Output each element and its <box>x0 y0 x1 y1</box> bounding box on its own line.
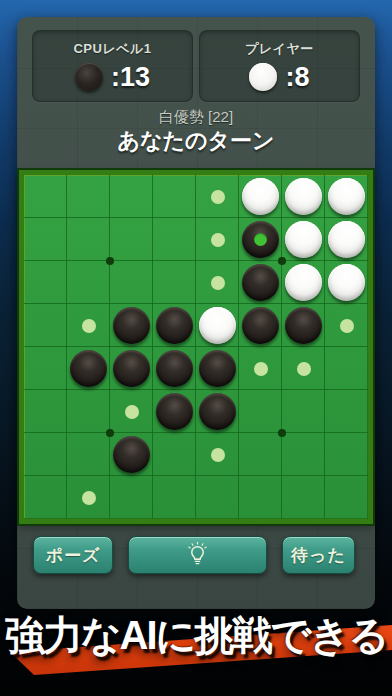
legal-move-hint <box>211 276 225 290</box>
cell-g1[interactable]: ○ <box>282 175 325 218</box>
cell-f4[interactable]: ● <box>239 304 282 347</box>
black-disc: ● <box>242 307 279 344</box>
cell-h4[interactable] <box>325 304 368 347</box>
black-disc: ● <box>242 221 279 258</box>
cell-h3[interactable]: ○ <box>325 261 368 304</box>
undo-button[interactable]: 待った <box>282 536 355 574</box>
game-panel: CPUレベル1 ● :13 プレイヤー ○ :8 白優勢 [22] あなたのター… <box>17 17 375 609</box>
cell-f1[interactable]: ○ <box>239 175 282 218</box>
black-disc: ● <box>285 307 322 344</box>
cell-h2[interactable]: ○ <box>325 218 368 261</box>
cell-g2[interactable]: ○ <box>282 218 325 261</box>
star-point <box>278 429 286 437</box>
player-score-card: プレイヤー ○ :8 <box>199 30 360 102</box>
legal-move-hint <box>254 362 268 376</box>
cell-c8[interactable] <box>110 476 153 519</box>
cell-d3[interactable] <box>153 261 196 304</box>
cell-d1[interactable] <box>153 175 196 218</box>
cell-e7[interactable] <box>196 433 239 476</box>
cell-g8[interactable] <box>282 476 325 519</box>
cell-d4[interactable]: ● <box>153 304 196 347</box>
cell-a3[interactable] <box>24 261 67 304</box>
black-disc: ● <box>242 264 279 301</box>
cell-h7[interactable] <box>325 433 368 476</box>
white-disc: ○ <box>328 178 365 215</box>
player-score: :8 <box>285 62 309 93</box>
star-point <box>278 257 286 265</box>
cell-g3[interactable]: ○ <box>282 261 325 304</box>
cell-h6[interactable] <box>325 390 368 433</box>
cell-b2[interactable] <box>67 218 110 261</box>
white-disc: ○ <box>285 221 322 258</box>
legal-move-hint <box>82 491 96 505</box>
black-disc: ● <box>113 436 150 473</box>
ad-banner[interactable]: 強力なAIに挑戦できる <box>0 600 392 696</box>
scoreboard: CPUレベル1 ● :13 プレイヤー ○ :8 <box>17 17 375 102</box>
lightbulb-icon <box>185 541 210 569</box>
cell-e5[interactable]: ● <box>196 347 239 390</box>
black-disc: ● <box>113 307 150 344</box>
cell-b6[interactable] <box>67 390 110 433</box>
cell-g5[interactable] <box>282 347 325 390</box>
cell-c2[interactable] <box>110 218 153 261</box>
star-point <box>106 429 114 437</box>
cell-c4[interactable]: ● <box>110 304 153 347</box>
cell-f3[interactable]: ● <box>239 261 282 304</box>
cell-c1[interactable] <box>110 175 153 218</box>
black-disc: ● <box>156 393 193 430</box>
white-disc: ○ <box>328 264 365 301</box>
black-disc: ● <box>199 350 236 387</box>
white-disc: ○ <box>242 178 279 215</box>
black-disc: ● <box>199 393 236 430</box>
cell-c5[interactable]: ● <box>110 347 153 390</box>
cell-d8[interactable] <box>153 476 196 519</box>
cell-d2[interactable] <box>153 218 196 261</box>
cell-h5[interactable] <box>325 347 368 390</box>
legal-move-hint <box>211 233 225 247</box>
ad-banner-ribbon <box>0 600 392 696</box>
cell-e8[interactable] <box>196 476 239 519</box>
cell-b5[interactable]: ● <box>67 347 110 390</box>
cell-e3[interactable] <box>196 261 239 304</box>
black-disc: ● <box>156 307 193 344</box>
last-move-marker <box>254 233 267 246</box>
black-disc-icon: ● <box>75 63 103 91</box>
cell-d7[interactable] <box>153 433 196 476</box>
cell-g4[interactable]: ● <box>282 304 325 347</box>
turn-indicator: あなたのターン <box>17 127 375 155</box>
legal-move-hint <box>297 362 311 376</box>
ad-banner-text: 強力なAIに挑戦できる <box>0 608 392 663</box>
cell-a4[interactable] <box>24 304 67 347</box>
hint-button[interactable] <box>128 536 267 574</box>
cell-f8[interactable] <box>239 476 282 519</box>
legal-move-hint <box>211 448 225 462</box>
cell-a5[interactable] <box>24 347 67 390</box>
cell-a2[interactable] <box>24 218 67 261</box>
cell-g6[interactable] <box>282 390 325 433</box>
cell-d6[interactable]: ● <box>153 390 196 433</box>
cell-b1[interactable] <box>67 175 110 218</box>
cell-h8[interactable] <box>325 476 368 519</box>
cell-g7[interactable] <box>282 433 325 476</box>
cell-a1[interactable] <box>24 175 67 218</box>
star-point <box>106 257 114 265</box>
cell-c6[interactable] <box>110 390 153 433</box>
cell-f6[interactable] <box>239 390 282 433</box>
white-disc: ○ <box>285 178 322 215</box>
white-disc: ○ <box>285 264 322 301</box>
legal-move-hint <box>125 405 139 419</box>
pause-button[interactable]: ポーズ <box>33 536 113 574</box>
cell-b4[interactable] <box>67 304 110 347</box>
cell-h1[interactable]: ○ <box>325 175 368 218</box>
cell-f5[interactable] <box>239 347 282 390</box>
legal-move-hint <box>340 319 354 333</box>
player-label: プレイヤー <box>245 40 314 58</box>
cell-c7[interactable]: ● <box>110 433 153 476</box>
board-grid: ○○○●○○●○○●●○●●●●●●●●● <box>24 175 368 519</box>
cell-b8[interactable] <box>67 476 110 519</box>
white-disc: ○ <box>199 307 236 344</box>
cell-b7[interactable] <box>67 433 110 476</box>
cpu-score: :13 <box>111 62 150 93</box>
evaluation-text: 白優勢 [22] <box>17 109 375 125</box>
cell-e4[interactable]: ○ <box>196 304 239 347</box>
cell-f2[interactable]: ● <box>239 218 282 261</box>
cell-e6[interactable]: ● <box>196 390 239 433</box>
othello-board: ○○○●○○●○○●●○●●●●●●●●● <box>19 170 373 524</box>
cpu-score-card: CPUレベル1 ● :13 <box>32 30 193 102</box>
cell-a8[interactable] <box>24 476 67 519</box>
cell-f7[interactable] <box>239 433 282 476</box>
legal-move-hint <box>211 190 225 204</box>
black-disc: ● <box>113 350 150 387</box>
cell-a7[interactable] <box>24 433 67 476</box>
cell-c3[interactable] <box>110 261 153 304</box>
white-disc: ○ <box>328 221 365 258</box>
cell-d5[interactable]: ● <box>153 347 196 390</box>
black-disc: ● <box>156 350 193 387</box>
cell-b3[interactable] <box>67 261 110 304</box>
black-disc: ● <box>70 350 107 387</box>
white-disc-icon: ○ <box>249 63 277 91</box>
cell-a6[interactable] <box>24 390 67 433</box>
legal-move-hint <box>82 319 96 333</box>
control-bar: ポーズ 待った <box>33 536 355 574</box>
cpu-label: CPUレベル1 <box>73 40 151 58</box>
cell-e2[interactable] <box>196 218 239 261</box>
cell-e1[interactable] <box>196 175 239 218</box>
